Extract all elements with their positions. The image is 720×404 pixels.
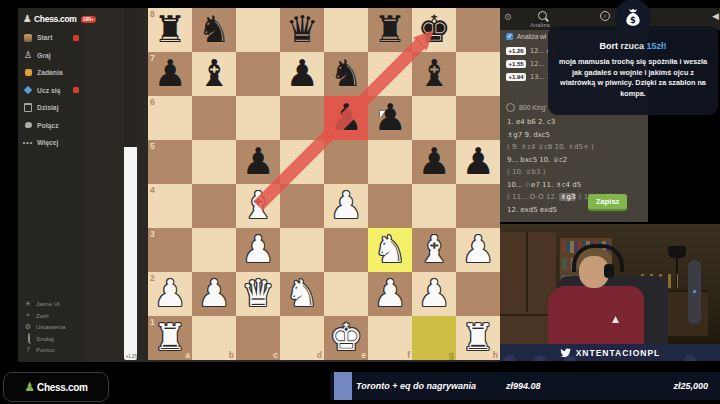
search-icon <box>24 335 32 342</box>
eval-badge: +1.94 <box>506 73 526 81</box>
piece-wN-d2[interactable]: ♞ <box>280 272 324 316</box>
square-a7[interactable]: 7♟ <box>148 52 192 96</box>
piece-bR-a8[interactable]: ♜ <box>148 8 192 52</box>
piece-wN-f3[interactable]: ♞ <box>368 228 412 272</box>
square-f3[interactable]: ♞ <box>368 228 412 272</box>
square-d4[interactable] <box>280 184 324 228</box>
square-g2[interactable]: ♟ <box>412 272 456 316</box>
piece-wP-c3[interactable]: ♟ <box>236 228 280 272</box>
square-f6[interactable]: ♟ <box>368 96 412 140</box>
sidebar-item-szukaj[interactable]: Szukaj <box>24 335 85 343</box>
square-g4[interactable] <box>412 184 456 228</box>
goal-current-amount: zł994.08 <box>506 381 541 391</box>
square-h2[interactable] <box>456 272 500 316</box>
square-f5[interactable] <box>368 140 412 184</box>
square-e2[interactable] <box>324 272 368 316</box>
piece-wR-h1[interactable]: ♜ <box>456 316 500 360</box>
square-h7[interactable] <box>456 52 500 96</box>
piece-bP-c5[interactable]: ♟ <box>236 140 280 184</box>
sidebar-item-wiecej[interactable]: ••• Więcej <box>24 137 85 148</box>
square-f1[interactable]: f <box>368 316 412 360</box>
rank-label-3: 3 <box>150 229 155 239</box>
square-a4[interactable]: 4 <box>148 184 192 228</box>
square-e7[interactable]: ♞ <box>324 52 368 96</box>
square-f4[interactable] <box>368 184 412 228</box>
money-bag-icon: $ <box>615 0 651 35</box>
evaluation-bar: +1.25 <box>124 8 137 360</box>
rank-label-4: 4 <box>150 185 155 195</box>
move-line-variation[interactable]: ( 9. ♗c4 ♕c8 10. ♗d5+ ) <box>507 143 645 151</box>
square-c7[interactable] <box>236 52 280 96</box>
square-b6[interactable] <box>192 96 236 140</box>
analysis-search-icon[interactable] <box>538 11 547 20</box>
sidebar-item-jasne-ui[interactable]: ☀ Jasne UI <box>24 300 85 308</box>
engine-line[interactable]: +1.94 13... ♖ <box>506 72 552 82</box>
donation-goal-bar: Toronto + eq do nagrywania zł994.08 zł25… <box>330 372 720 400</box>
chess-app-window: ♟ Chess.com 100+ Start ♙ Graj Zadania <box>18 8 500 362</box>
calendar-icon <box>24 103 32 112</box>
square-d8[interactable]: ♛ <box>280 8 324 52</box>
pawn-logo-icon: ♟ <box>24 381 35 393</box>
save-button[interactable]: Zapisz <box>588 194 627 211</box>
square-c5[interactable]: ♟ <box>236 140 280 184</box>
headphone-earcup <box>604 264 614 278</box>
piece-wB-c4[interactable]: ♝ <box>236 184 280 228</box>
logo-text: Chess.com <box>34 14 77 24</box>
square-b1[interactable]: b <box>192 316 236 360</box>
move-line[interactable]: 1. e4 b6 2. c3 <box>507 118 645 126</box>
square-h3[interactable]: ♟ <box>456 228 500 272</box>
file-label-c: c <box>273 350 278 360</box>
sidebar-item-graj[interactable]: ♙ Graj <box>24 50 85 61</box>
help-icon: ? <box>24 347 32 354</box>
square-d5[interactable] <box>280 140 324 184</box>
square-h4[interactable] <box>456 184 500 228</box>
piece-bP-a7[interactable]: ♟ <box>148 52 192 96</box>
goal-progress-fill <box>334 372 352 400</box>
square-f8[interactable]: ♜ <box>368 8 412 52</box>
move-line-variation[interactable]: ( 10. ♕b3 ) <box>507 168 645 176</box>
piece-wQ-c2[interactable]: ♛ <box>236 272 280 316</box>
piece-wP-b2[interactable]: ♟ <box>192 272 236 316</box>
donation-title: Bort rzuca 15zł! <box>548 41 718 51</box>
pawn-icon: ♙ <box>24 51 32 59</box>
gear-icon[interactable]: ⚙ <box>504 12 512 22</box>
sidebar-item-pomoc[interactable]: ? Pomoc <box>24 346 85 354</box>
square-a8[interactable]: 8♜ <box>148 8 192 52</box>
chesscom-logo[interactable]: ♟ Chess.com 100+ <box>18 8 85 28</box>
opening-row[interactable]: B00 King' <box>506 103 547 112</box>
more-dots-icon: ••• <box>24 139 32 147</box>
info-icon[interactable]: i <box>600 11 610 21</box>
screen: ♟ Chess.com 100+ Start ♙ Graj Zadania <box>0 0 720 404</box>
current-move: ♗g3 <box>559 193 576 201</box>
square-f7[interactable] <box>368 52 412 96</box>
piece-bN-b8[interactable]: ♞ <box>192 8 236 52</box>
piece-bK-g8[interactable]: ♚ <box>412 8 456 52</box>
mouse-cursor-icon <box>380 111 385 118</box>
square-d2[interactable]: ♞ <box>280 272 324 316</box>
rank-label-6: 6 <box>150 97 155 107</box>
sidebar-item-polacz[interactable]: Połącz <box>24 120 85 131</box>
square-c3[interactable]: ♟ <box>236 228 280 272</box>
square-b2[interactable]: ♟ <box>192 272 236 316</box>
square-c1[interactable]: c <box>236 316 280 360</box>
square-b3[interactable] <box>192 228 236 272</box>
sidebar-footer: ☀ Jasne UI « Zwiń ⚙ Ustawienia Szukaj ? <box>18 300 85 362</box>
square-g1[interactable]: g <box>412 316 456 360</box>
piece-bB-b7[interactable]: ♝ <box>192 52 236 96</box>
chess-board[interactable]: 8♜♞♛♜♚7♟♝♟♞♝6♟♟5♟♟♟4♝♟3♟♞♝♟2♟♟♛♞♟♟1a♜bcd… <box>148 8 500 360</box>
piece-wP-h3[interactable]: ♟ <box>456 228 500 272</box>
piece-wR-a1[interactable]: ♜ <box>148 316 192 360</box>
square-b4[interactable] <box>192 184 236 228</box>
file-label-b: b <box>229 350 234 360</box>
piece-wP-e4[interactable]: ♟ <box>324 184 368 228</box>
move-line[interactable]: ♗g7 9. dxc5 <box>507 131 645 139</box>
square-g5[interactable]: ♟ <box>412 140 456 184</box>
eval-badge: +1.26 <box>506 47 526 55</box>
square-c8[interactable] <box>236 8 280 52</box>
collapse-icon: « <box>24 312 32 319</box>
square-d7[interactable]: ♟ <box>280 52 324 96</box>
sidebar-item-start[interactable]: Start <box>24 32 85 43</box>
square-e5[interactable] <box>324 140 368 184</box>
gear-icon: ⚙ <box>24 324 32 331</box>
square-e6[interactable]: ♟ <box>324 96 368 140</box>
piece-bP-h5[interactable]: ♟ <box>456 140 500 184</box>
sidebar-item-dzisiaj[interactable]: Dzisiaj <box>24 102 85 113</box>
file-label-f: f <box>407 350 410 360</box>
square-c4[interactable]: ♝ <box>236 184 280 228</box>
donation-overlay: Bort rzuca 15zł! moja mamusia trochę się… <box>548 26 718 115</box>
engine-line[interactable]: +1.55 12... ♘ <box>506 59 552 69</box>
rank-label-5: 5 <box>150 141 155 151</box>
square-h8[interactable] <box>456 8 500 52</box>
notification-badge <box>73 87 79 93</box>
notification-badge <box>73 35 79 41</box>
square-a6[interactable]: 6 <box>148 96 192 140</box>
piece-bR-f8[interactable]: ♜ <box>368 8 412 52</box>
webcam-feed: XNTENTACIONPL <box>500 224 720 361</box>
sidebar-item-ustawienia[interactable]: ⚙ Ustawienia <box>24 323 85 331</box>
square-g6[interactable] <box>412 96 456 140</box>
avatar-icon <box>24 34 32 42</box>
piece-bP-f6[interactable]: ♟ <box>368 96 412 140</box>
square-g8[interactable]: ♚ <box>412 8 456 52</box>
sun-icon: ☀ <box>24 301 32 308</box>
speaker-icon[interactable]: ◀ <box>712 11 719 21</box>
square-a5[interactable]: 5 <box>148 140 192 184</box>
piece-wB-g3[interactable]: ♝ <box>412 228 456 272</box>
piece-bP-d7[interactable]: ♟ <box>280 52 324 96</box>
sidebar-menu: Start ♙ Graj Zadania Ucz się <box>18 28 85 148</box>
lamp <box>668 246 686 258</box>
eval-badge: +1.55 <box>506 60 526 68</box>
piece-bB-g7[interactable]: ♝ <box>412 52 456 96</box>
checkbox-checked-icon[interactable]: ✓ <box>506 33 513 40</box>
piece-bP-e6[interactable]: ♟ <box>324 96 368 140</box>
square-a2[interactable]: 2♟ <box>148 272 192 316</box>
square-a3[interactable]: 3 <box>148 228 192 272</box>
square-e1[interactable]: e♚ <box>324 316 368 360</box>
goal-target-amount: zł25,000 <box>673 381 708 391</box>
sidebar: ♟ Chess.com 100+ Start ♙ Graj Zadania <box>18 8 85 362</box>
headphones <box>572 244 624 272</box>
square-e3[interactable] <box>324 228 368 272</box>
footer-chesscom-logo: ♟ Chess.com <box>3 372 109 402</box>
analysis-toggle[interactable]: ✓ Analiza wł <box>506 33 546 40</box>
graduation-cap-icon <box>24 86 32 94</box>
piece-wP-f2[interactable]: ♟ <box>368 272 412 316</box>
evaluation-value: +1.25 <box>126 354 136 359</box>
square-e4[interactable]: ♟ <box>324 184 368 228</box>
square-h5[interactable]: ♟ <box>456 140 500 184</box>
square-c2[interactable]: ♛ <box>236 272 280 316</box>
opening-book-icon <box>506 103 515 112</box>
square-h6[interactable] <box>456 96 500 140</box>
sidebar-item-ucz-sie[interactable]: Ucz się <box>24 85 85 96</box>
square-b5[interactable] <box>192 140 236 184</box>
square-d1[interactable]: d <box>280 316 324 360</box>
square-f2[interactable]: ♟ <box>368 272 412 316</box>
piece-wP-g2[interactable]: ♟ <box>412 272 456 316</box>
square-h1[interactable]: h♜ <box>456 316 500 360</box>
evaluation-bar-white: +1.25 <box>124 147 137 360</box>
piece-wK-e1[interactable]: ♚ <box>324 316 368 360</box>
square-c6[interactable] <box>236 96 280 140</box>
piece-bQ-d8[interactable]: ♛ <box>280 8 324 52</box>
square-d6[interactable] <box>280 96 324 140</box>
sidebar-item-zwin[interactable]: « Zwiń <box>24 312 85 320</box>
logo-notification-badge: 100+ <box>81 16 96 23</box>
square-d3[interactable] <box>280 228 324 272</box>
twitter-banner: XNTENTACIONPL <box>500 344 720 361</box>
footer-logo-text: Chess.com <box>37 382 88 393</box>
sidebar-item-zadania[interactable]: Zadania <box>24 67 85 78</box>
square-e8[interactable] <box>324 8 368 52</box>
piece-wP-a2[interactable]: ♟ <box>148 272 192 316</box>
tab-analiza[interactable]: Analiza <box>530 22 550 28</box>
goal-label: Toronto + eq do nagrywania <box>356 381 476 391</box>
move-line[interactable]: 10... ♘e7 11. ♗c4 d5 <box>507 181 645 189</box>
chat-bubble-icon <box>25 122 32 128</box>
donation-message: moja mamusia trochę się spóźniła i weszł… <box>556 57 710 99</box>
twitter-handle: XNTENTACIONPL <box>576 348 661 358</box>
pawn-logo-icon: ♟ <box>23 14 32 24</box>
file-label-d: d <box>317 350 322 360</box>
piece-bP-g5[interactable]: ♟ <box>412 140 456 184</box>
square-b7[interactable]: ♝ <box>192 52 236 96</box>
puzzle-icon <box>25 69 32 76</box>
square-g3[interactable]: ♝ <box>412 228 456 272</box>
twitter-bird-icon <box>560 347 571 358</box>
file-label-g: g <box>449 350 454 360</box>
move-line[interactable]: 9... bxc5 10. ♕c2 <box>507 156 645 164</box>
piece-bN-e7[interactable]: ♞ <box>324 52 368 96</box>
square-b8[interactable]: ♞ <box>192 8 236 52</box>
square-a1[interactable]: 1a♜ <box>148 316 192 360</box>
mic-led <box>693 290 696 293</box>
svg-text:$: $ <box>630 15 636 25</box>
square-g7[interactable]: ♝ <box>412 52 456 96</box>
